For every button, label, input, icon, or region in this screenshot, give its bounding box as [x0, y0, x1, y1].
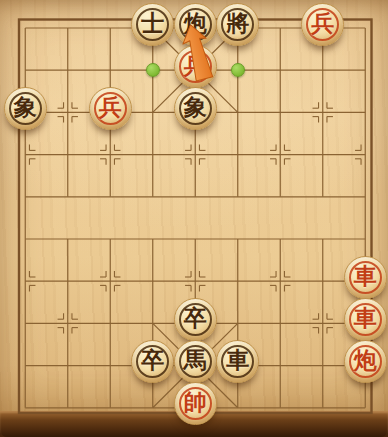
- black-cannon[interactable]: 炮: [174, 3, 217, 46]
- piece-glyph: 炮: [354, 349, 377, 372]
- red-chariot[interactable]: 車: [344, 256, 387, 299]
- piece-glyph: 卒: [141, 349, 164, 372]
- black-horse[interactable]: 馬: [174, 340, 217, 383]
- piece-glyph: 炮: [184, 12, 207, 35]
- black-soldier[interactable]: 卒: [174, 298, 217, 341]
- red-soldier[interactable]: 兵: [301, 3, 344, 46]
- red-cannon[interactable]: 炮: [344, 340, 387, 383]
- piece-glyph: 兵: [99, 96, 122, 119]
- piece-glyph: 兵: [184, 54, 207, 77]
- red-soldier[interactable]: 兵: [89, 87, 132, 130]
- piece-glyph: 馬: [184, 349, 207, 372]
- black-general[interactable]: 將: [216, 3, 259, 46]
- piece-glyph: 象: [14, 96, 37, 119]
- piece-grid: 士炮將兵兵象兵象車卒車卒馬車炮帥: [4, 7, 387, 429]
- piece-glyph: 兵: [311, 12, 334, 35]
- move-hint-dot[interactable]: [231, 63, 245, 77]
- red-general[interactable]: 帥: [174, 382, 217, 425]
- black-elephant[interactable]: 象: [174, 87, 217, 130]
- piece-glyph: 士: [141, 12, 164, 35]
- piece-glyph: 帥: [184, 391, 207, 414]
- red-chariot[interactable]: 車: [344, 298, 387, 341]
- move-hint-dot[interactable]: [146, 63, 160, 77]
- red-soldier-selected[interactable]: 兵: [174, 45, 217, 88]
- xiangqi-board: 士炮將兵兵象兵象車卒車卒馬車炮帥: [0, 0, 388, 437]
- black-chariot[interactable]: 車: [216, 340, 259, 383]
- piece-glyph: 象: [184, 96, 207, 119]
- piece-glyph: 車: [354, 265, 377, 288]
- black-advisor[interactable]: 士: [131, 3, 174, 46]
- black-soldier[interactable]: 卒: [131, 340, 174, 383]
- black-elephant[interactable]: 象: [4, 87, 47, 130]
- piece-glyph: 車: [354, 307, 377, 330]
- piece-glyph: 卒: [184, 307, 207, 330]
- piece-glyph: 將: [226, 12, 249, 35]
- piece-glyph: 車: [226, 349, 249, 372]
